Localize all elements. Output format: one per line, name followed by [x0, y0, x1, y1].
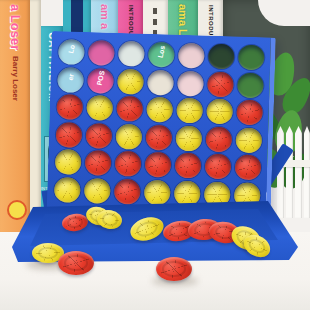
- red-disc: [56, 122, 83, 148]
- book-subtitle: Barry Loser: [11, 56, 20, 101]
- red-disc: [114, 179, 141, 205]
- cell-r3c4[interactable]: [144, 96, 175, 124]
- book-text-through-hole: Lo: [65, 39, 77, 62]
- cell-r4c4[interactable]: [143, 123, 174, 151]
- cell-r4c7[interactable]: [233, 126, 264, 154]
- cell-r4c5[interactable]: [173, 124, 204, 152]
- red-disc: [115, 151, 142, 177]
- cell-r4c6[interactable]: [203, 125, 234, 153]
- yellow-disc: [144, 180, 171, 206]
- empty-hole: [237, 72, 264, 98]
- cell-r1c3[interactable]: [116, 40, 147, 68]
- cell-r2c4[interactable]: [145, 68, 176, 96]
- cell-r5c5[interactable]: [173, 152, 204, 180]
- red-disc: [85, 150, 112, 176]
- red-loose-disc[interactable]: [58, 251, 94, 275]
- red-loose-disc[interactable]: [156, 257, 192, 281]
- cell-r6c3[interactable]: [112, 177, 143, 205]
- red-disc: [86, 123, 113, 149]
- yellow-disc: [176, 125, 203, 151]
- cell-r3c3[interactable]: [114, 95, 145, 123]
- yellow-disc: [55, 149, 82, 175]
- yellow-disc: [84, 178, 111, 204]
- red-disc: [56, 94, 83, 120]
- cell-r6c2[interactable]: [82, 176, 113, 204]
- empty-hole: Los: [148, 42, 175, 68]
- cell-r5c3[interactable]: [113, 150, 144, 178]
- book-spine-cream: [30, 0, 41, 228]
- yellow-disc: [174, 180, 201, 206]
- cell-r2c3[interactable]: [115, 67, 146, 95]
- cell-r1c7[interactable]: [236, 43, 267, 71]
- book-title: a Loser: [8, 4, 23, 50]
- cell-r5c7[interactable]: [233, 153, 264, 181]
- cell-r4c3[interactable]: [114, 122, 145, 150]
- cell-r6c1[interactable]: [52, 176, 83, 204]
- red-disc: [235, 155, 262, 181]
- yellow-disc: [146, 97, 173, 123]
- empty-hole: Lo: [58, 39, 85, 65]
- empty-hole: [177, 71, 204, 97]
- cell-r3c2[interactable]: [84, 94, 115, 122]
- cell-r2c1[interactable]: er: [55, 66, 86, 94]
- empty-hole: [118, 41, 145, 67]
- cell-r1c4[interactable]: Los: [146, 41, 177, 69]
- cell-r1c6[interactable]: [206, 43, 237, 71]
- yellow-disc: [54, 177, 81, 203]
- cell-r6c4[interactable]: [142, 178, 173, 206]
- red-disc: [175, 153, 202, 179]
- cell-r5c4[interactable]: [143, 151, 174, 179]
- cell-r3c1[interactable]: [54, 93, 85, 121]
- empty-hole: [88, 40, 115, 66]
- red-disc: [205, 126, 232, 152]
- cell-r4c1[interactable]: [54, 121, 85, 149]
- connect-four-board: LoLoserPOS: [47, 31, 276, 217]
- red-disc: [205, 154, 232, 180]
- empty-hole: [178, 43, 205, 69]
- cell-r5c6[interactable]: [203, 153, 234, 181]
- cell-r2c6[interactable]: [205, 70, 236, 98]
- empty-hole: [208, 44, 235, 70]
- cell-r3c6[interactable]: [204, 98, 235, 126]
- cell-r3c7[interactable]: [234, 98, 265, 126]
- cell-r2c2[interactable]: POS: [85, 67, 116, 95]
- empty-hole: [238, 45, 265, 71]
- board-grid: LoLoserPOS: [52, 38, 267, 209]
- book-spine-barry-loser: a Loser Barry Loser: [0, 0, 30, 234]
- cell-r2c5[interactable]: [175, 69, 206, 97]
- yellow-disc: [86, 95, 113, 121]
- red-disc: [236, 100, 263, 126]
- cell-r1c1[interactable]: Lo: [56, 38, 87, 66]
- yellow-disc: [116, 124, 143, 150]
- red-disc: [116, 96, 143, 122]
- yellow-disc: [206, 99, 233, 125]
- cell-r2c7[interactable]: [235, 71, 266, 99]
- yellow-disc: [117, 69, 144, 95]
- empty-hole: er: [57, 67, 84, 93]
- red-disc: [146, 125, 173, 151]
- book-text-through-hole: er: [65, 67, 77, 90]
- picket-fence: [277, 126, 310, 218]
- yellow-disc: [235, 127, 262, 153]
- scene: a Loser Barry Loser am a Lo INTRODUCING …: [0, 0, 310, 310]
- empty-hole: POS: [87, 68, 114, 94]
- empty-hole: [147, 70, 174, 96]
- cell-r1c2[interactable]: [86, 39, 117, 67]
- cell-r5c1[interactable]: [53, 148, 84, 176]
- cell-r3c5[interactable]: [174, 97, 205, 125]
- red-disc: [145, 152, 172, 178]
- jelly-pie-logo: [7, 200, 27, 220]
- cell-r5c2[interactable]: [83, 149, 114, 177]
- red-disc: [207, 71, 234, 97]
- book-text-through-hole: Los: [155, 42, 167, 65]
- cell-r1c5[interactable]: [176, 42, 207, 70]
- cell-r4c2[interactable]: [84, 121, 115, 149]
- book-text-through-hole: POS: [95, 68, 107, 91]
- yellow-disc: [176, 98, 203, 124]
